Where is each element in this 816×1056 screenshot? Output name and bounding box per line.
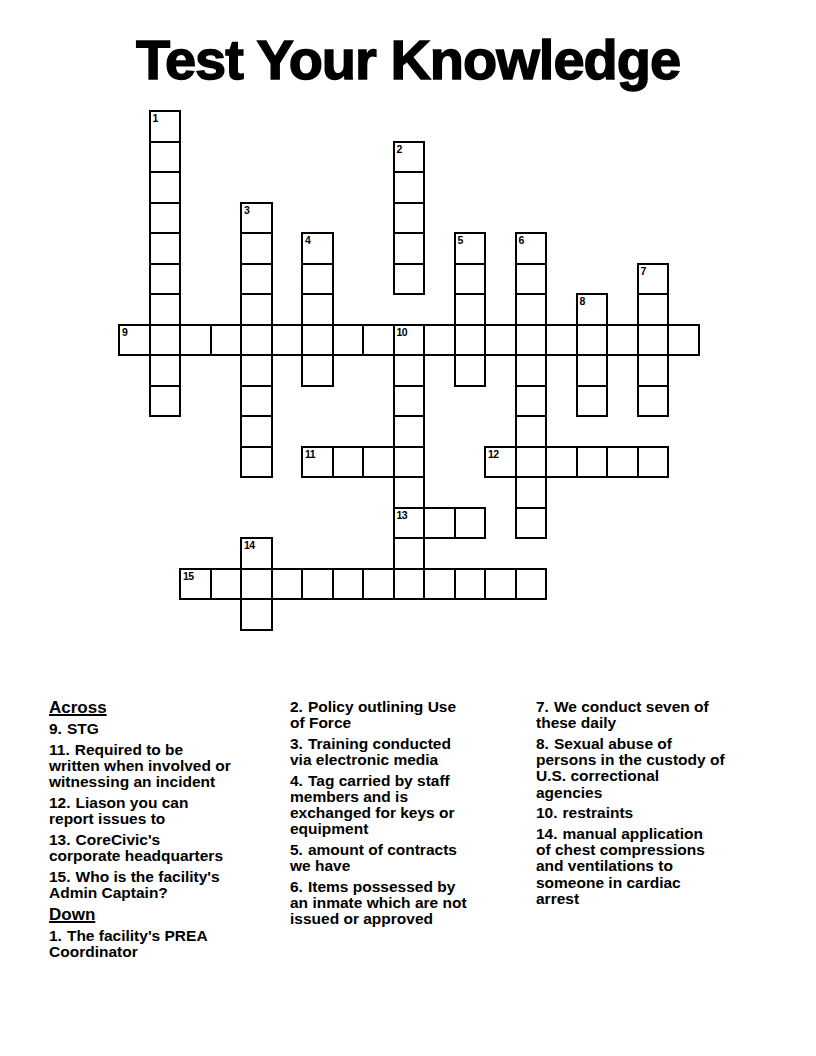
crossword-cell[interactable] xyxy=(393,263,426,296)
crossword-cell[interactable]: 1 xyxy=(149,110,182,143)
cell-number: 8 xyxy=(580,295,585,307)
crossword-cell[interactable] xyxy=(576,385,609,418)
crossword-cell[interactable] xyxy=(545,324,578,357)
clue-number: 6. xyxy=(290,878,303,895)
crossword-cell[interactable] xyxy=(515,263,548,296)
clues-column-3: 7.We conduct seven of these daily8.Sexua… xyxy=(536,699,780,911)
crossword-cell[interactable]: 11 xyxy=(301,446,334,479)
crossword-cell[interactable] xyxy=(454,293,487,326)
clue-number: 13. xyxy=(49,831,71,848)
cell-number: 3 xyxy=(244,204,249,216)
crossword-cell[interactable] xyxy=(149,385,182,418)
clue-5: 5.amount of contracts we have xyxy=(290,842,532,874)
crossword-cell[interactable] xyxy=(484,324,517,357)
crossword-cell[interactable] xyxy=(332,568,365,601)
crossword-cell[interactable] xyxy=(393,385,426,418)
clue-number: 14. xyxy=(536,825,558,842)
crossword-cell[interactable] xyxy=(149,171,182,204)
clue-text: The facility's PREA Coordinator xyxy=(49,927,208,960)
clue-text: Policy outlining Use of Force xyxy=(290,698,456,731)
crossword-cell[interactable]: 12 xyxy=(484,446,517,479)
cell-number: 1 xyxy=(153,112,158,124)
clue-13: 13.CoreCivic's corporate headquarters xyxy=(49,832,291,864)
crossword-cell[interactable] xyxy=(606,446,639,479)
crossword-cell[interactable] xyxy=(240,446,273,479)
crossword-cell[interactable] xyxy=(393,354,426,387)
clue-text: amount of contracts we have xyxy=(290,841,457,874)
crossword-cell[interactable] xyxy=(301,263,334,296)
crossword-cell[interactable] xyxy=(271,324,304,357)
crossword-cell[interactable] xyxy=(240,354,273,387)
crossword-cell[interactable] xyxy=(576,446,609,479)
crossword-cell[interactable] xyxy=(637,354,670,387)
crossword-cell[interactable]: 2 xyxy=(393,141,426,174)
crossword-cell[interactable] xyxy=(515,324,548,357)
crossword-cell[interactable] xyxy=(423,324,456,357)
clue-number: 10. xyxy=(536,804,558,821)
crossword-cell[interactable] xyxy=(301,568,334,601)
crossword-cell[interactable] xyxy=(362,324,395,357)
cell-number: 13 xyxy=(397,509,408,521)
crossword-cell[interactable]: 9 xyxy=(118,324,151,357)
clue-2: 2.Policy outlining Use of Force xyxy=(290,699,532,731)
cell-number: 9 xyxy=(122,326,127,338)
crossword-cell[interactable] xyxy=(515,415,548,448)
crossword-cell[interactable] xyxy=(545,446,578,479)
crossword-cell[interactable] xyxy=(454,324,487,357)
cell-number: 6 xyxy=(519,234,524,246)
clue-12: 12.Liason you can report issues to xyxy=(49,795,291,827)
clues-column-2: 2.Policy outlining Use of Force3.Trainin… xyxy=(290,699,532,932)
crossword-cell[interactable] xyxy=(515,354,548,387)
clue-number: 2. xyxy=(290,698,303,715)
crossword-cell[interactable] xyxy=(515,385,548,418)
crossword-cell[interactable] xyxy=(271,568,304,601)
cell-number: 7 xyxy=(641,265,646,277)
crossword-cell[interactable] xyxy=(515,446,548,479)
crossword-cell[interactable]: 10 xyxy=(393,324,426,357)
crossword-cell[interactable] xyxy=(454,354,487,387)
clue-number: 7. xyxy=(536,698,549,715)
crossword-cell[interactable] xyxy=(240,324,273,357)
crossword-cell[interactable] xyxy=(667,324,700,357)
clue-number: 9. xyxy=(49,720,62,737)
cell-number: 4 xyxy=(305,234,310,246)
clue-text: Items possessed by an inmate which are n… xyxy=(290,878,467,927)
crossword-cell[interactable] xyxy=(149,263,182,296)
crossword-cell[interactable] xyxy=(423,507,456,540)
clue-7: 7.We conduct seven of these daily xyxy=(536,699,780,731)
crossword-cell[interactable] xyxy=(149,324,182,357)
clue-text: Tag carried by staff members and is exch… xyxy=(290,772,455,838)
crossword-cell[interactable] xyxy=(393,232,426,265)
crossword-cell[interactable] xyxy=(240,598,273,631)
crossword-cell[interactable] xyxy=(637,324,670,357)
clue-text: Required to be written when involved or … xyxy=(49,741,231,790)
crossword-cell[interactable] xyxy=(240,232,273,265)
crossword-cell[interactable]: 6 xyxy=(515,232,548,265)
crossword-cell[interactable] xyxy=(210,324,243,357)
crossword-cell[interactable] xyxy=(454,568,487,601)
crossword-cell[interactable] xyxy=(393,202,426,235)
clues-down-header: Down xyxy=(49,906,291,924)
crossword-cell[interactable] xyxy=(301,293,334,326)
clues-column-1: Across9.STG11.Required to be written whe… xyxy=(49,699,291,964)
crossword-cell[interactable] xyxy=(393,446,426,479)
cell-number: 2 xyxy=(397,143,402,155)
cell-number: 12 xyxy=(488,448,499,460)
clue-9: 9.STG xyxy=(49,721,291,737)
cell-number: 10 xyxy=(397,326,408,338)
crossword-cell[interactable] xyxy=(637,293,670,326)
crossword-cell[interactable] xyxy=(576,324,609,357)
crossword-cell[interactable] xyxy=(240,263,273,296)
clues-across-header: Across xyxy=(49,699,291,717)
clue-text: STG xyxy=(67,720,99,737)
clue-number: 12. xyxy=(49,794,71,811)
crossword-cell[interactable] xyxy=(240,293,273,326)
crossword-cell[interactable] xyxy=(301,324,334,357)
crossword-cell[interactable] xyxy=(393,415,426,448)
crossword-cell[interactable] xyxy=(637,385,670,418)
crossword-cell[interactable] xyxy=(393,171,426,204)
clue-14: 14.manual application of chest compressi… xyxy=(536,826,780,907)
crossword-cell[interactable] xyxy=(484,568,517,601)
crossword-cell[interactable] xyxy=(362,446,395,479)
clue-text: Training conducted via electronic media xyxy=(290,735,451,768)
crossword-cell[interactable]: 15 xyxy=(179,568,212,601)
crossword-cell[interactable] xyxy=(332,324,365,357)
crossword-cell[interactable] xyxy=(515,293,548,326)
clue-text: manual application of chest compressions… xyxy=(536,825,705,907)
crossword-cell[interactable]: 13 xyxy=(393,507,426,540)
crossword-cell[interactable] xyxy=(301,354,334,387)
crossword-cell[interactable] xyxy=(606,324,639,357)
crossword-cell[interactable]: 3 xyxy=(240,202,273,235)
clue-11: 11.Required to be written when involved … xyxy=(49,742,291,791)
crossword-cell[interactable] xyxy=(149,141,182,174)
clue-10: 10.restraints xyxy=(536,805,780,821)
crossword-cell[interactable]: 8 xyxy=(576,293,609,326)
crossword-cell[interactable] xyxy=(393,568,426,601)
crossword-page: Test Your Knowledge 12345678910111213141… xyxy=(0,0,816,1056)
crossword-cell[interactable] xyxy=(393,537,426,570)
clue-text: We conduct seven of these daily xyxy=(536,698,709,731)
crossword-grid: 123456789101112131415 xyxy=(118,110,700,631)
page-title: Test Your Knowledge xyxy=(0,30,816,90)
crossword-cell[interactable] xyxy=(576,354,609,387)
crossword-cell[interactable] xyxy=(149,293,182,326)
cell-number: 14 xyxy=(244,539,255,551)
clue-number: 3. xyxy=(290,735,303,752)
crossword-cell[interactable] xyxy=(210,568,243,601)
clue-text: Who is the facility's Admin Captain? xyxy=(49,868,220,901)
crossword-cell[interactable] xyxy=(515,507,548,540)
cell-number: 15 xyxy=(183,570,194,582)
crossword-cell[interactable] xyxy=(179,324,212,357)
crossword-cell[interactable] xyxy=(240,385,273,418)
clue-text: restraints xyxy=(563,804,634,821)
clue-number: 4. xyxy=(290,772,303,789)
clue-text: Sexual abuse of persons in the custody o… xyxy=(536,735,725,801)
clue-number: 1. xyxy=(49,927,62,944)
crossword-cell[interactable]: 7 xyxy=(637,263,670,296)
crossword-cell[interactable] xyxy=(240,415,273,448)
clue-3: 3.Training conducted via electronic medi… xyxy=(290,736,532,768)
crossword-cell[interactable] xyxy=(637,446,670,479)
clue-number: 11. xyxy=(49,741,70,758)
crossword-cell[interactable]: 4 xyxy=(301,232,334,265)
crossword-cell[interactable] xyxy=(240,568,273,601)
clue-number: 15. xyxy=(49,868,71,885)
clue-6: 6.Items possessed by an inmate which are… xyxy=(290,879,532,928)
crossword-cell[interactable]: 14 xyxy=(240,537,273,570)
crossword-cell[interactable] xyxy=(454,263,487,296)
crossword-cell[interactable] xyxy=(423,568,456,601)
clue-number: 8. xyxy=(536,735,549,752)
clue-8: 8.Sexual abuse of persons in the custody… xyxy=(536,736,780,801)
cell-number: 11 xyxy=(305,448,315,460)
clue-number: 5. xyxy=(290,841,303,858)
crossword-cell[interactable] xyxy=(515,568,548,601)
clue-1: 1.The facility's PREA Coordinator xyxy=(49,928,291,960)
clue-15: 15.Who is the facility's Admin Captain? xyxy=(49,869,291,901)
crossword-cell[interactable]: 5 xyxy=(454,232,487,265)
crossword-cell[interactable] xyxy=(332,446,365,479)
crossword-cell[interactable] xyxy=(149,354,182,387)
cell-number: 5 xyxy=(458,234,463,246)
crossword-cell[interactable] xyxy=(454,507,487,540)
crossword-cell[interactable] xyxy=(515,476,548,509)
clue-text: CoreCivic's corporate headquarters xyxy=(49,831,223,864)
crossword-cell[interactable] xyxy=(149,202,182,235)
crossword-cell[interactable] xyxy=(393,476,426,509)
crossword-cell[interactable] xyxy=(149,232,182,265)
crossword-cell[interactable] xyxy=(362,568,395,601)
clue-4: 4.Tag carried by staff members and is ex… xyxy=(290,773,532,838)
